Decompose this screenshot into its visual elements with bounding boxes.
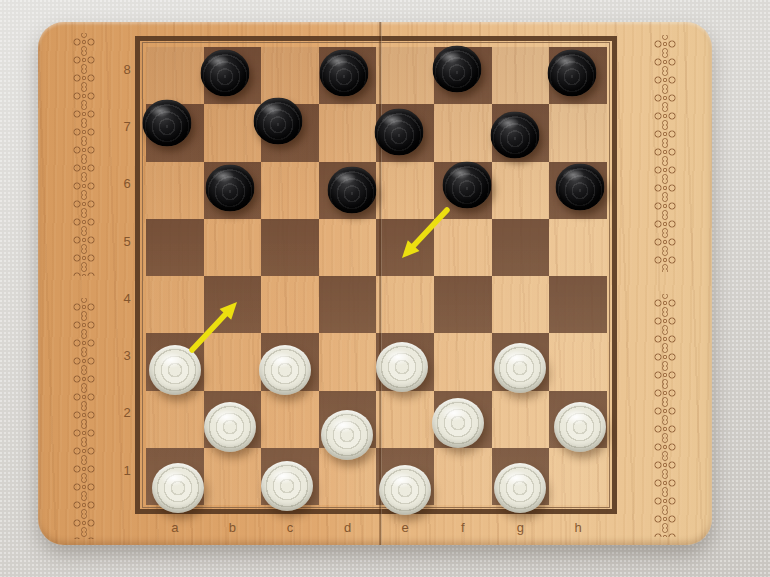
piece-black-man-h6[interactable] [556,164,605,211]
piece-black-man-a7[interactable] [142,99,191,146]
piece-black-man-d8[interactable] [319,49,368,96]
piece-black-man-h8[interactable] [548,49,597,96]
piece-white-man-b2[interactable] [204,402,256,452]
piece-black-man-b6[interactable] [206,165,255,212]
piece-black-man-c7[interactable] [254,97,303,144]
piece-white-man-d2[interactable] [321,410,373,460]
piece-white-man-a1[interactable] [152,463,204,513]
piece-white-man-a3[interactable] [149,345,201,395]
piece-white-man-g1[interactable] [494,463,546,513]
piece-white-man-e3[interactable] [376,342,428,392]
piece-black-man-g7[interactable] [491,111,540,158]
piece-white-man-h2[interactable] [554,402,606,452]
piece-white-man-f2[interactable] [432,398,484,448]
piece-black-man-f8[interactable] [432,45,481,92]
piece-white-man-g3[interactable] [494,343,546,393]
photo-background: { "game": "checkers (draughts) on 8x8 wo… [0,0,770,577]
piece-white-man-c3[interactable] [259,345,311,395]
checkers-board: 87654321 abcdefgh [38,22,712,545]
piece-black-man-e7[interactable] [375,108,424,155]
piece-black-man-b8[interactable] [201,49,250,96]
piece-white-man-e1[interactable] [379,465,431,515]
piece-black-man-d6[interactable] [327,167,376,214]
piece-black-man-f6[interactable] [442,162,491,209]
piece-white-man-c1[interactable] [261,461,313,511]
pieces-layer [38,22,712,545]
